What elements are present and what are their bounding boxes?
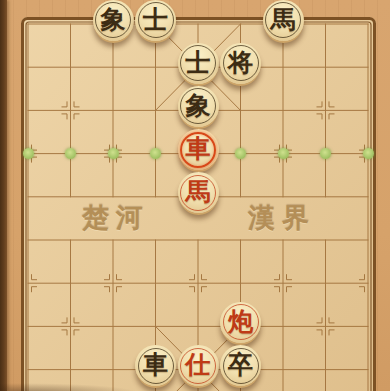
piece-glyph: 馬 (186, 179, 211, 204)
move-hint-dot[interactable] (108, 148, 119, 159)
piece-glyph: 仕 (186, 352, 211, 377)
xiangqi-board[interactable]: 象士馬士将象車馬炮車仕卒 楚河 漢界 (0, 0, 390, 391)
piece-glyph: 車 (143, 352, 168, 377)
piece-glyph: 士 (143, 7, 168, 32)
piece-glyph: 将 (228, 50, 253, 75)
piece-black-elephant-center[interactable]: 象 (178, 86, 219, 127)
piece-glyph: 象 (186, 93, 211, 118)
piece-black-advisor-left[interactable]: 士 (135, 0, 176, 41)
board-edge-strip (0, 0, 7, 391)
piece-black-chariot[interactable]: 車 (135, 345, 176, 386)
piece-glyph: 象 (101, 7, 126, 32)
move-hint-dot[interactable] (23, 148, 34, 159)
piece-glyph: 士 (186, 50, 211, 75)
piece-red-advisor[interactable]: 仕 (178, 345, 219, 386)
piece-black-general[interactable]: 将 (220, 43, 261, 84)
move-hint-dot[interactable] (363, 148, 374, 159)
move-hint-dot[interactable] (278, 148, 289, 159)
piece-red-horse[interactable]: 馬 (178, 172, 219, 213)
piece-red-cannon[interactable]: 炮 (220, 302, 261, 343)
piece-glyph: 炮 (228, 309, 253, 334)
piece-glyph: 馬 (271, 7, 296, 32)
piece-black-elephant-left[interactable]: 象 (93, 0, 134, 41)
piece-red-chariot[interactable]: 車 (178, 129, 219, 170)
piece-black-horse-right[interactable]: 馬 (263, 0, 304, 41)
piece-glyph: 卒 (228, 352, 253, 377)
piece-black-soldier[interactable]: 卒 (220, 345, 261, 386)
piece-glyph: 車 (186, 136, 211, 161)
piece-black-advisor-center[interactable]: 士 (178, 43, 219, 84)
